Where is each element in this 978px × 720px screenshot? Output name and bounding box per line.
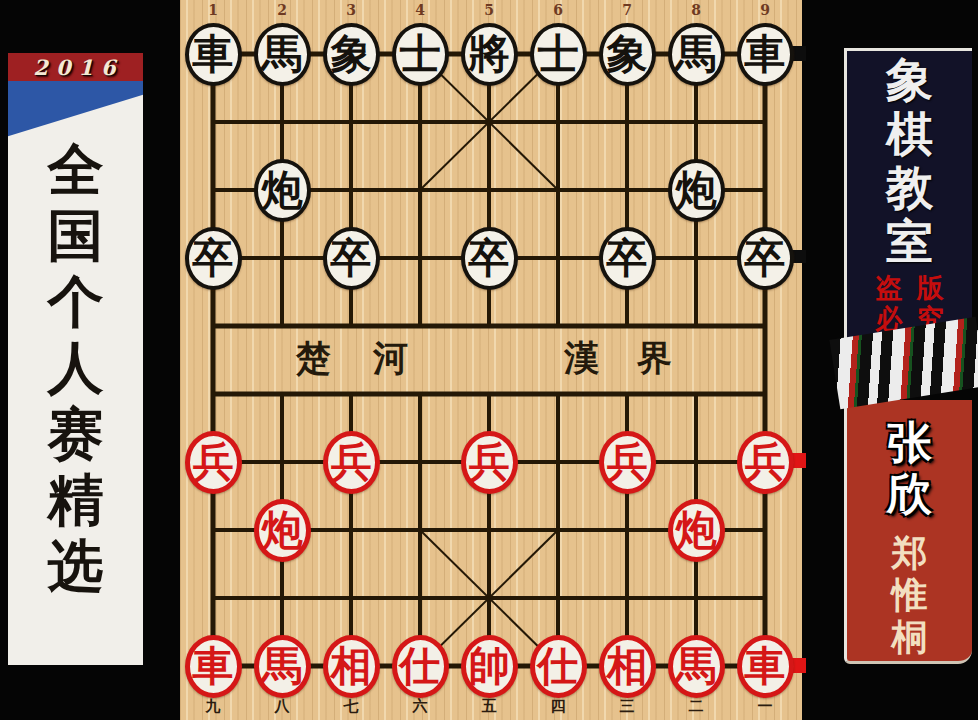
piece-black-c2r1[interactable]: 馬: [254, 23, 311, 86]
board-cell: 炮: [662, 496, 731, 564]
board-cell: 馬: [662, 632, 731, 700]
vertical-char: 桐: [892, 618, 928, 654]
piece-red-c3r10[interactable]: 相: [323, 635, 380, 698]
board-cell: 炮: [662, 156, 731, 224]
board-cell: 仕: [386, 632, 455, 700]
board-cell: 象: [317, 20, 386, 88]
vertical-char: 赛: [48, 405, 104, 461]
piece-red-c8r8[interactable]: 炮: [668, 499, 725, 562]
board-cell: 車: [179, 20, 248, 88]
piece-black-c7r1[interactable]: 象: [599, 23, 656, 86]
board-cell: 馬: [248, 632, 317, 700]
board-cell: 兵: [317, 428, 386, 496]
board-cell: 炮: [248, 156, 317, 224]
file-label-bottom-6: 四: [545, 699, 571, 714]
player-name-bottom: 郑惟桐: [892, 534, 928, 654]
xiangqi-board[interactable]: 123456789 九八七六五四三二一 楚河 漢界 車馬象士將士象馬車炮炮卒卒卒…: [180, 0, 802, 720]
piece-red-c5r10[interactable]: 帥: [461, 635, 518, 698]
piece-red-c3r7[interactable]: 兵: [323, 431, 380, 494]
file-label-bottom-8: 二: [683, 699, 709, 714]
vertical-char: 选: [48, 537, 104, 593]
file-label-bottom-3: 七: [338, 699, 364, 714]
file-label-top-8: 8: [683, 3, 709, 17]
file-label-bottom-2: 八: [269, 699, 295, 714]
event-title: 全国个人赛精选: [48, 141, 104, 665]
board-cell: 卒: [593, 224, 662, 292]
vertical-char: 张: [887, 420, 932, 465]
board-cell: 士: [386, 20, 455, 88]
file-label-top-4: 4: [407, 3, 433, 17]
piece-black-c9r4[interactable]: 卒: [737, 227, 794, 290]
piece-red-c9r7[interactable]: 兵: [737, 431, 794, 494]
left-banner-panel: 2016 全国个人赛精选: [8, 53, 143, 665]
vertical-char: 室: [886, 218, 933, 265]
vertical-char: 郑: [892, 534, 928, 570]
piece-black-c5r4[interactable]: 卒: [461, 227, 518, 290]
piece-red-c7r10[interactable]: 相: [599, 635, 656, 698]
file-label-top-5: 5: [476, 3, 502, 17]
file-label-bottom-4: 六: [407, 699, 433, 714]
board-cell: 帥: [455, 632, 524, 700]
piece-black-c4r1[interactable]: 士: [392, 23, 449, 86]
vertical-char: 全: [48, 141, 104, 197]
piece-red-c1r10[interactable]: 車: [185, 635, 242, 698]
vertical-char: 象: [886, 56, 933, 103]
player-name-top: 张欣: [887, 420, 932, 516]
blue-ribbon-decoration: [8, 81, 143, 141]
board-cell: 車: [731, 20, 800, 88]
board-cell: 兵: [179, 428, 248, 496]
board-cell: 兵: [593, 428, 662, 496]
board-cell: 車: [179, 632, 248, 700]
board-cell: 相: [317, 632, 386, 700]
piece-black-c7r4[interactable]: 卒: [599, 227, 656, 290]
players-banner: 张欣 郑惟桐: [844, 400, 972, 664]
board-cell: 馬: [662, 20, 731, 88]
vertical-char: 人: [48, 339, 104, 395]
left-banner-body: 全国个人赛精选: [8, 81, 143, 665]
copyright-warning-line1: 盗版: [876, 272, 958, 303]
board-cell: 卒: [731, 224, 800, 292]
piece-black-c1r4[interactable]: 卒: [185, 227, 242, 290]
piece-red-c1r7[interactable]: 兵: [185, 431, 242, 494]
year-banner: 2016: [8, 53, 143, 81]
piece-black-c3r4[interactable]: 卒: [323, 227, 380, 290]
channel-banner: 象棋教室 盗版 必究: [844, 48, 972, 360]
file-label-top-3: 3: [338, 3, 364, 17]
piece-red-c2r10[interactable]: 馬: [254, 635, 311, 698]
board-cell: 兵: [455, 428, 524, 496]
file-label-top-9: 9: [752, 3, 778, 17]
vertical-char: 精: [48, 471, 104, 527]
piece-red-c9r10[interactable]: 車: [737, 635, 794, 698]
file-label-bottom-7: 三: [614, 699, 640, 714]
piece-black-c9r1[interactable]: 車: [737, 23, 794, 86]
piece-red-c6r10[interactable]: 仕: [530, 635, 587, 698]
vertical-char: 国: [48, 207, 104, 263]
board-cell: 象: [593, 20, 662, 88]
board-cell: 卒: [317, 224, 386, 292]
piece-black-c2r3[interactable]: 炮: [254, 159, 311, 222]
vertical-char: 惟: [892, 576, 928, 612]
piece-black-c3r1[interactable]: 象: [323, 23, 380, 86]
piece-black-c8r1[interactable]: 馬: [668, 23, 725, 86]
board-cell: 卒: [179, 224, 248, 292]
vertical-char: 棋: [886, 110, 933, 157]
board-cell: 兵: [731, 428, 800, 496]
file-label-bottom-5: 五: [476, 699, 502, 714]
piece-red-c4r10[interactable]: 仕: [392, 635, 449, 698]
file-label-top-6: 6: [545, 3, 571, 17]
piece-red-c7r7[interactable]: 兵: [599, 431, 656, 494]
piece-black-c5r1[interactable]: 將: [461, 23, 518, 86]
piece-black-c1r1[interactable]: 車: [185, 23, 242, 86]
vertical-char: 欣: [887, 471, 932, 516]
board-cell: 炮: [248, 496, 317, 564]
file-label-bottom-1: 九: [200, 699, 226, 714]
board-cell: 士: [524, 20, 593, 88]
file-label-top-7: 7: [614, 3, 640, 17]
board-cell: 仕: [524, 632, 593, 700]
file-label-top-1: 1: [200, 3, 226, 17]
vertical-char: 教: [886, 164, 933, 211]
board-cell: 車: [731, 632, 800, 700]
board-cell: 卒: [455, 224, 524, 292]
board-cell: 馬: [248, 20, 317, 88]
channel-name: 象棋教室: [886, 56, 933, 265]
board-cell: 將: [455, 20, 524, 88]
piece-red-c2r8[interactable]: 炮: [254, 499, 311, 562]
piece-grid: 車馬象士將士象馬車炮炮卒卒卒卒卒兵兵兵兵兵炮炮車馬相仕帥仕相馬車: [179, 20, 800, 700]
piece-black-c8r3[interactable]: 炮: [668, 159, 725, 222]
piece-red-c8r10[interactable]: 馬: [668, 635, 725, 698]
piece-red-c5r7[interactable]: 兵: [461, 431, 518, 494]
piece-black-c6r1[interactable]: 士: [530, 23, 587, 86]
file-label-top-2: 2: [269, 3, 295, 17]
file-label-bottom-9: 一: [752, 699, 778, 714]
board-cell: 相: [593, 632, 662, 700]
right-banner-panel: 象棋教室 盗版 必究 张欣 郑惟桐: [844, 48, 972, 664]
vertical-char: 个: [48, 273, 104, 329]
